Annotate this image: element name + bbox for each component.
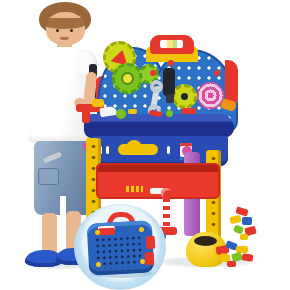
case-screw	[140, 259, 145, 264]
inset-circle	[0, 0, 290, 290]
case-label	[98, 226, 115, 236]
case-screw	[96, 262, 101, 267]
case-screw	[139, 227, 144, 232]
case-latch	[146, 236, 156, 249]
case-screw	[95, 230, 100, 235]
case-peg-holes	[94, 235, 142, 269]
product-photo	[0, 0, 290, 290]
case-latch	[145, 252, 155, 265]
